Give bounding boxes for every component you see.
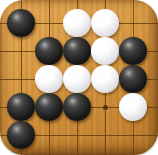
white-stone[interactable] — [91, 9, 119, 37]
black-stone[interactable] — [7, 121, 35, 149]
black-stone[interactable] — [7, 9, 35, 37]
black-stone[interactable] — [35, 37, 63, 65]
white-stone[interactable] — [119, 93, 147, 121]
go-board[interactable] — [0, 0, 158, 155]
black-stone[interactable] — [119, 65, 147, 93]
black-stone[interactable] — [63, 37, 91, 65]
black-stone[interactable] — [35, 93, 63, 121]
white-stone[interactable] — [35, 65, 63, 93]
white-stone[interactable] — [91, 37, 119, 65]
star-point — [103, 105, 108, 110]
black-stone[interactable] — [63, 93, 91, 121]
white-stone[interactable] — [63, 65, 91, 93]
white-stone[interactable] — [91, 65, 119, 93]
black-stone[interactable] — [7, 93, 35, 121]
white-stone[interactable] — [63, 9, 91, 37]
black-stone[interactable] — [119, 37, 147, 65]
go-app-icon[interactable] — [0, 0, 158, 155]
